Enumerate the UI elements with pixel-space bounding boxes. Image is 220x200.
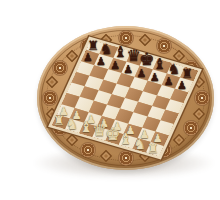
rim-rosette xyxy=(183,120,199,136)
rim-rosette xyxy=(42,90,58,106)
photo-background: ♜♞♝♛♚♝♞♜♟♟♟♟♟♟♟♟♟♟♟♟♟♟♟♟♜♞♝♛♚♝♞♜ xyxy=(0,0,220,200)
rim-diamond-motif xyxy=(65,49,78,62)
rim-diamond-motif xyxy=(193,107,206,120)
rim-diamond-motif xyxy=(139,34,152,47)
rim-rosette xyxy=(156,38,172,54)
rim-rosette xyxy=(52,60,68,76)
rim-rosette xyxy=(118,150,134,166)
rim-diamond-motif xyxy=(65,134,78,147)
round-wooden-board: ♜♞♝♛♚♝♞♜♟♟♟♟♟♟♟♟♟♟♟♟♟♟♟♟♜♞♝♛♚♝♞♜ xyxy=(37,26,214,170)
rim-rosette xyxy=(194,90,210,106)
rim-rosette xyxy=(80,142,96,158)
rim-diamond-motif xyxy=(99,150,112,163)
white-rook: ♜ xyxy=(53,114,65,127)
rim-diamond-motif xyxy=(173,49,186,62)
rim-diamond-motif xyxy=(46,76,59,89)
white-rook: ♜ xyxy=(147,142,159,155)
rim-diamond-motif xyxy=(173,134,186,147)
rim-rosette xyxy=(118,30,134,46)
